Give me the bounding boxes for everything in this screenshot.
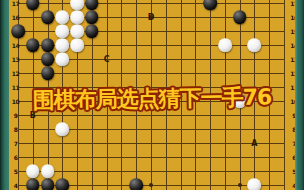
stone-black-C14	[41, 38, 55, 52]
stone-white-E14	[70, 38, 84, 52]
stone-white-E15	[70, 24, 84, 38]
stone-white-D15	[56, 24, 70, 38]
candidate-point-C[interactable]: C	[104, 55, 110, 64]
stone-white-R14	[248, 38, 262, 52]
stone-black-A15	[11, 24, 25, 38]
stone-white-D16	[56, 10, 70, 24]
stone-black-F17	[85, 0, 99, 10]
title-overlay: 围棋布局选点猜下一手76	[0, 82, 304, 116]
stone-black-B17	[26, 0, 40, 10]
row-label-left: 13	[12, 56, 19, 63]
row-label-left: 5	[14, 168, 18, 175]
row-label-left: 14	[12, 42, 19, 49]
stone-white-D13	[56, 52, 70, 66]
go-app-screen: 1717161615151414131312121111101099887766…	[0, 0, 304, 190]
grid-hline	[18, 3, 285, 4]
row-label-left: 4	[14, 182, 18, 189]
grid-hline	[18, 157, 285, 158]
grid-hline	[18, 143, 285, 144]
stone-black-J4	[129, 178, 143, 190]
stone-black-C4	[41, 178, 55, 190]
grid-hline	[18, 171, 285, 172]
stone-white-E17	[70, 0, 84, 10]
stone-black-B14	[26, 38, 40, 52]
stone-black-C12	[41, 66, 55, 80]
candidate-point-A[interactable]: A	[251, 139, 257, 148]
stone-black-F16	[85, 10, 99, 24]
stone-black-D4	[56, 178, 70, 190]
stone-black-Q16	[233, 10, 247, 24]
stone-black-F15	[85, 24, 99, 38]
stone-white-B5	[26, 164, 40, 178]
row-label-left: 7	[14, 140, 18, 147]
stone-black-O17	[203, 0, 217, 10]
stone-black-B4	[26, 178, 40, 190]
row-label-left: 17	[12, 0, 19, 7]
stone-white-E16	[70, 10, 84, 24]
candidate-point-D[interactable]: D	[148, 13, 155, 22]
stone-white-C5	[41, 164, 55, 178]
stone-white-D14	[56, 38, 70, 52]
row-label-left: 8	[14, 126, 18, 133]
star-point	[149, 183, 153, 187]
stone-black-C16	[41, 10, 55, 24]
row-label-left: 16	[12, 14, 19, 21]
row-label-left: 12	[12, 70, 19, 77]
row-label-left: 6	[14, 154, 18, 161]
stone-white-D8	[56, 122, 70, 136]
stone-white-P14	[218, 38, 232, 52]
star-point	[238, 183, 242, 187]
stone-white-R4	[248, 178, 262, 190]
grid-hline	[18, 73, 285, 74]
stone-black-C13	[41, 52, 55, 66]
